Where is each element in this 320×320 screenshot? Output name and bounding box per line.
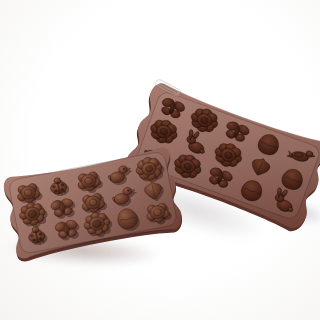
front-mold-tray	[0, 140, 188, 266]
product-photo-stage	[0, 0, 320, 320]
